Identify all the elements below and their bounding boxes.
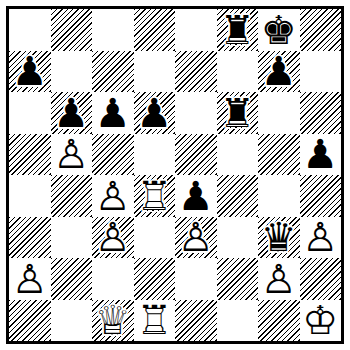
square-a1[interactable] xyxy=(9,300,51,342)
square-e1[interactable] xyxy=(175,300,217,342)
square-c5[interactable] xyxy=(92,134,134,176)
square-h8[interactable] xyxy=(300,9,342,51)
piece-white-pawn: ♙ xyxy=(92,217,134,259)
piece-white-queen: ♕ xyxy=(92,300,134,342)
piece-black-rook: ♜ xyxy=(217,9,259,51)
piece-white-pawn-fill: ♟ xyxy=(92,217,134,259)
piece-white-rook-fill: ♜ xyxy=(134,300,176,342)
square-f5[interactable] xyxy=(217,134,259,176)
square-c3[interactable]: ♟♙ xyxy=(92,217,134,259)
square-g4[interactable] xyxy=(258,175,300,217)
square-g7[interactable]: ♟ xyxy=(258,51,300,93)
piece-white-queen-fill: ♛ xyxy=(92,300,134,342)
square-c4[interactable]: ♟♙ xyxy=(92,175,134,217)
square-e7[interactable] xyxy=(175,51,217,93)
piece-white-pawn: ♙ xyxy=(258,258,300,300)
square-c2[interactable] xyxy=(92,258,134,300)
square-b8[interactable] xyxy=(51,9,93,51)
square-a8[interactable] xyxy=(9,9,51,51)
piece-white-pawn: ♙ xyxy=(300,217,342,259)
square-f1[interactable] xyxy=(217,300,259,342)
square-d1[interactable]: ♜♖ xyxy=(134,300,176,342)
square-a2[interactable]: ♟♙ xyxy=(9,258,51,300)
piece-black-pawn: ♟ xyxy=(51,92,93,134)
square-c1[interactable]: ♛♕ xyxy=(92,300,134,342)
piece-black-pawn: ♟ xyxy=(9,51,51,93)
square-d2[interactable] xyxy=(134,258,176,300)
square-c8[interactable] xyxy=(92,9,134,51)
square-f2[interactable] xyxy=(217,258,259,300)
square-b7[interactable] xyxy=(51,51,93,93)
square-b6[interactable]: ♟ xyxy=(51,92,93,134)
piece-black-pawn: ♟ xyxy=(134,92,176,134)
square-b1[interactable] xyxy=(51,300,93,342)
square-b3[interactable] xyxy=(51,217,93,259)
piece-white-rook: ♖ xyxy=(134,300,176,342)
square-b2[interactable] xyxy=(51,258,93,300)
square-g2[interactable]: ♟♙ xyxy=(258,258,300,300)
chess-board: ♜♚♟♟♟♟♟♜♟♙♟♟♙♜♖♟♟♙♟♙♛♟♙♟♙♟♙♛♕♜♖♚♔ xyxy=(9,9,341,341)
piece-white-pawn: ♙ xyxy=(9,258,51,300)
square-d4[interactable]: ♜♖ xyxy=(134,175,176,217)
square-e8[interactable] xyxy=(175,9,217,51)
piece-white-pawn-fill: ♟ xyxy=(92,175,134,217)
square-f4[interactable] xyxy=(217,175,259,217)
square-a6[interactable] xyxy=(9,92,51,134)
piece-white-rook: ♖ xyxy=(134,175,176,217)
square-e6[interactable] xyxy=(175,92,217,134)
square-h2[interactable] xyxy=(300,258,342,300)
square-c7[interactable] xyxy=(92,51,134,93)
piece-white-rook-fill: ♜ xyxy=(134,175,176,217)
piece-white-pawn-fill: ♟ xyxy=(51,134,93,176)
square-h5[interactable]: ♟ xyxy=(300,134,342,176)
square-h7[interactable] xyxy=(300,51,342,93)
square-b5[interactable]: ♟♙ xyxy=(51,134,93,176)
square-g3[interactable]: ♛ xyxy=(258,217,300,259)
square-g1[interactable] xyxy=(258,300,300,342)
piece-white-pawn-fill: ♟ xyxy=(300,217,342,259)
square-a7[interactable]: ♟ xyxy=(9,51,51,93)
square-a4[interactable] xyxy=(9,175,51,217)
square-c6[interactable]: ♟ xyxy=(92,92,134,134)
square-g8[interactable]: ♚ xyxy=(258,9,300,51)
piece-white-pawn: ♙ xyxy=(175,217,217,259)
piece-white-king-fill: ♚ xyxy=(300,300,342,342)
square-f3[interactable] xyxy=(217,217,259,259)
square-h3[interactable]: ♟♙ xyxy=(300,217,342,259)
square-d6[interactable]: ♟ xyxy=(134,92,176,134)
square-e2[interactable] xyxy=(175,258,217,300)
square-d3[interactable] xyxy=(134,217,176,259)
piece-white-pawn-fill: ♟ xyxy=(258,258,300,300)
piece-white-king: ♔ xyxy=(300,300,342,342)
piece-black-pawn: ♟ xyxy=(175,175,217,217)
square-d5[interactable] xyxy=(134,134,176,176)
square-h6[interactable] xyxy=(300,92,342,134)
square-d7[interactable] xyxy=(134,51,176,93)
square-d8[interactable] xyxy=(134,9,176,51)
piece-black-rook: ♜ xyxy=(217,92,259,134)
square-e4[interactable]: ♟ xyxy=(175,175,217,217)
square-b4[interactable] xyxy=(51,175,93,217)
square-g6[interactable] xyxy=(258,92,300,134)
piece-black-pawn: ♟ xyxy=(92,92,134,134)
piece-black-pawn: ♟ xyxy=(258,51,300,93)
piece-white-pawn: ♙ xyxy=(51,134,93,176)
piece-white-pawn-fill: ♟ xyxy=(175,217,217,259)
chess-board-frame: ♜♚♟♟♟♟♟♜♟♙♟♟♙♜♖♟♟♙♟♙♛♟♙♟♙♟♙♛♕♜♖♚♔ xyxy=(6,6,344,344)
square-g5[interactable] xyxy=(258,134,300,176)
square-e5[interactable] xyxy=(175,134,217,176)
square-f8[interactable]: ♜ xyxy=(217,9,259,51)
square-f7[interactable] xyxy=(217,51,259,93)
piece-white-pawn-fill: ♟ xyxy=(9,258,51,300)
piece-black-king: ♚ xyxy=(258,9,300,51)
square-a5[interactable] xyxy=(9,134,51,176)
piece-white-pawn: ♙ xyxy=(92,175,134,217)
square-h4[interactable] xyxy=(300,175,342,217)
piece-black-queen: ♛ xyxy=(258,217,300,259)
square-h1[interactable]: ♚♔ xyxy=(300,300,342,342)
square-e3[interactable]: ♟♙ xyxy=(175,217,217,259)
square-f6[interactable]: ♜ xyxy=(217,92,259,134)
square-a3[interactable] xyxy=(9,217,51,259)
piece-black-pawn: ♟ xyxy=(300,134,342,176)
